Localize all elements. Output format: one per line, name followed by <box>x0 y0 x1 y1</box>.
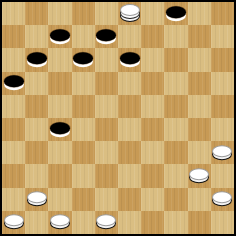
board-square[interactable] <box>48 48 71 71</box>
board-square[interactable] <box>2 164 25 187</box>
white-man-cap <box>96 214 116 226</box>
board-square[interactable] <box>118 2 141 25</box>
board-square[interactable] <box>188 188 211 211</box>
board-square[interactable] <box>72 188 95 211</box>
board-square[interactable] <box>72 2 95 25</box>
board-square[interactable] <box>211 72 234 95</box>
white-man-cap <box>189 168 209 180</box>
white-man-cap <box>212 191 232 203</box>
white-king-cap <box>120 4 140 16</box>
board-square[interactable] <box>141 118 164 141</box>
board-square[interactable] <box>2 25 25 48</box>
black-man[interactable] <box>96 29 116 44</box>
board-square[interactable] <box>118 118 141 141</box>
black-man-cap <box>166 6 186 18</box>
black-man[interactable] <box>50 122 70 137</box>
board-square[interactable] <box>188 118 211 141</box>
board-square[interactable] <box>25 72 48 95</box>
board-square[interactable] <box>141 72 164 95</box>
white-man[interactable] <box>4 214 24 229</box>
board-square[interactable] <box>25 48 48 71</box>
board-square[interactable] <box>95 141 118 164</box>
board-square[interactable] <box>118 25 141 48</box>
board-square[interactable] <box>118 72 141 95</box>
board-square[interactable] <box>95 48 118 71</box>
board-square[interactable] <box>48 72 71 95</box>
black-man[interactable] <box>4 75 24 90</box>
board-square[interactable] <box>48 188 71 211</box>
board-square[interactable] <box>2 211 25 234</box>
board-square[interactable] <box>211 164 234 187</box>
board-square[interactable] <box>118 188 141 211</box>
board-square[interactable] <box>164 188 187 211</box>
black-man[interactable] <box>50 29 70 44</box>
board-square[interactable] <box>141 95 164 118</box>
board-square[interactable] <box>72 211 95 234</box>
board-square[interactable] <box>141 48 164 71</box>
board-square[interactable] <box>164 95 187 118</box>
board-square[interactable] <box>72 95 95 118</box>
board-square[interactable] <box>118 48 141 71</box>
board-square[interactable] <box>211 25 234 48</box>
board-square[interactable] <box>95 164 118 187</box>
board-square[interactable] <box>164 2 187 25</box>
black-man-cap <box>120 52 140 64</box>
board-square[interactable] <box>25 118 48 141</box>
board-square[interactable] <box>164 211 187 234</box>
black-man-cap <box>50 122 70 134</box>
black-man-cap <box>96 29 116 41</box>
board-square[interactable] <box>141 141 164 164</box>
board-square[interactable] <box>164 141 187 164</box>
board-square[interactable] <box>141 211 164 234</box>
white-man[interactable] <box>27 191 47 206</box>
board-square[interactable] <box>25 95 48 118</box>
board-square[interactable] <box>188 72 211 95</box>
black-man-cap <box>4 75 24 87</box>
board-square[interactable] <box>2 95 25 118</box>
white-man-cap <box>50 214 70 226</box>
board-square[interactable] <box>48 211 71 234</box>
board-square[interactable] <box>118 95 141 118</box>
board-square[interactable] <box>48 25 71 48</box>
board-square[interactable] <box>95 25 118 48</box>
black-man-cap <box>27 52 47 64</box>
board-square[interactable] <box>25 188 48 211</box>
white-man[interactable] <box>50 214 70 229</box>
board-square[interactable] <box>211 141 234 164</box>
board-square[interactable] <box>95 72 118 95</box>
board-square[interactable] <box>188 141 211 164</box>
board-square[interactable] <box>95 118 118 141</box>
board-square[interactable] <box>141 25 164 48</box>
draughts-board <box>2 2 234 234</box>
board-square[interactable] <box>95 188 118 211</box>
white-man-cap <box>4 214 24 226</box>
board-square[interactable] <box>188 95 211 118</box>
board-square[interactable] <box>188 164 211 187</box>
board-square[interactable] <box>118 141 141 164</box>
black-man[interactable] <box>166 6 186 21</box>
board-square[interactable] <box>118 164 141 187</box>
board-square[interactable] <box>141 2 164 25</box>
black-man[interactable] <box>73 52 93 67</box>
board-square[interactable] <box>95 211 118 234</box>
board-frame <box>0 0 236 236</box>
board-square[interactable] <box>48 118 71 141</box>
board-square[interactable] <box>211 95 234 118</box>
board-square[interactable] <box>164 72 187 95</box>
white-man[interactable] <box>96 214 116 229</box>
board-square[interactable] <box>2 48 25 71</box>
board-square[interactable] <box>2 188 25 211</box>
board-square[interactable] <box>95 95 118 118</box>
board-square[interactable] <box>211 2 234 25</box>
board-square[interactable] <box>164 25 187 48</box>
board-square[interactable] <box>118 211 141 234</box>
board-square[interactable] <box>25 141 48 164</box>
board-square[interactable] <box>48 2 71 25</box>
white-man[interactable] <box>212 145 232 160</box>
board-square[interactable] <box>72 48 95 71</box>
board-square[interactable] <box>2 2 25 25</box>
board-square[interactable] <box>164 48 187 71</box>
black-man-cap <box>50 29 70 41</box>
board-square[interactable] <box>25 25 48 48</box>
board-square[interactable] <box>72 141 95 164</box>
board-square[interactable] <box>188 25 211 48</box>
white-man-cap <box>27 191 47 203</box>
black-man[interactable] <box>27 52 47 67</box>
board-square[interactable] <box>211 48 234 71</box>
board-square[interactable] <box>2 72 25 95</box>
board-square[interactable] <box>2 141 25 164</box>
board-square[interactable] <box>188 211 211 234</box>
board-square[interactable] <box>141 188 164 211</box>
board-square[interactable] <box>48 95 71 118</box>
board-square[interactable] <box>164 118 187 141</box>
board-square[interactable] <box>188 48 211 71</box>
board-square[interactable] <box>25 211 48 234</box>
white-man[interactable] <box>212 191 232 206</box>
black-man-cap <box>73 52 93 64</box>
board-square[interactable] <box>25 164 48 187</box>
board-square[interactable] <box>48 141 71 164</box>
board-square[interactable] <box>188 2 211 25</box>
white-man-cap <box>212 145 232 157</box>
board-square[interactable] <box>164 164 187 187</box>
board-square[interactable] <box>72 118 95 141</box>
board-square[interactable] <box>48 164 71 187</box>
board-square[interactable] <box>141 164 164 187</box>
board-square[interactable] <box>2 118 25 141</box>
black-man[interactable] <box>120 52 140 67</box>
board-square[interactable] <box>211 188 234 211</box>
white-king[interactable] <box>120 4 140 22</box>
board-square[interactable] <box>95 2 118 25</box>
board-square[interactable] <box>25 2 48 25</box>
board-square[interactable] <box>72 72 95 95</box>
board-square[interactable] <box>211 118 234 141</box>
board-square[interactable] <box>72 25 95 48</box>
board-square[interactable] <box>211 211 234 234</box>
board-square[interactable] <box>72 164 95 187</box>
white-man[interactable] <box>189 168 209 183</box>
